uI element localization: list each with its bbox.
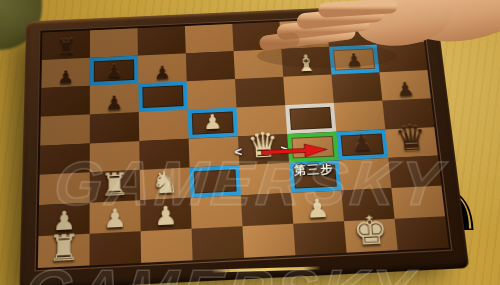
white-knight[interactable]: ♞ (151, 167, 179, 199)
square-e7[interactable] (234, 49, 284, 79)
white-pawn[interactable]: ♟ (203, 112, 223, 133)
square-h1[interactable] (395, 216, 449, 250)
square-g8[interactable] (327, 17, 377, 46)
square-g5[interactable] (334, 100, 386, 131)
square-h2[interactable] (391, 186, 445, 219)
square-a4[interactable] (40, 143, 90, 175)
square-d1[interactable] (192, 226, 244, 260)
square-f6[interactable] (283, 74, 334, 104)
square-e6[interactable] (235, 77, 285, 108)
square-e3[interactable] (239, 163, 291, 196)
square-b5[interactable] (90, 112, 139, 143)
square-c6[interactable] (138, 81, 187, 112)
square-g4[interactable]: ♟ (336, 129, 388, 161)
square-e4[interactable]: ♛ (238, 134, 289, 166)
square-d7[interactable] (186, 51, 235, 81)
black-pawn[interactable]: ♟ (106, 62, 123, 80)
square-c5[interactable] (139, 109, 189, 140)
white-pawn[interactable]: ♟ (305, 195, 330, 222)
square-f4[interactable] (287, 131, 339, 163)
black-pawn[interactable]: ♟ (345, 51, 363, 69)
square-g6[interactable] (331, 72, 382, 102)
square-h4[interactable]: ♛ (385, 127, 438, 159)
square-g7[interactable]: ♟ (329, 44, 379, 74)
square-d3[interactable] (190, 165, 241, 198)
white-bishop[interactable]: ♝ (295, 52, 318, 75)
square-a7[interactable]: ♟ (41, 58, 90, 88)
white-queen[interactable]: ♛ (246, 128, 280, 164)
square-a8[interactable]: ♜ (42, 30, 90, 60)
square-f5[interactable] (285, 102, 336, 133)
black-pawn[interactable]: ♟ (351, 131, 374, 155)
black-rook[interactable]: ♜ (56, 36, 76, 58)
black-pawn[interactable]: ♟ (154, 63, 171, 82)
square-a3[interactable] (39, 173, 90, 206)
square-a1[interactable]: ♜ (38, 234, 90, 268)
board-grid: ♜♚♜♟♟♟♝♟♟♟♟♛♟♛♜♞♟♟♟♟♜♚<>第三步 (38, 15, 449, 268)
square-e1[interactable] (242, 224, 295, 258)
square-b1[interactable] (90, 231, 142, 265)
white-rook[interactable]: ♜ (101, 169, 130, 202)
white-pawn[interactable]: ♟ (154, 203, 178, 230)
square-b3[interactable]: ♜ (90, 170, 141, 203)
black-pawn[interactable]: ♟ (57, 68, 74, 87)
white-king[interactable]: ♚ (351, 211, 389, 251)
square-b6[interactable]: ♟ (90, 83, 139, 114)
black-pawn[interactable]: ♟ (396, 79, 416, 99)
square-f1[interactable] (293, 221, 346, 255)
square-d4[interactable] (189, 136, 240, 168)
square-d5[interactable]: ♟ (188, 107, 238, 138)
square-c1[interactable] (141, 229, 193, 263)
white-pawn[interactable]: ♟ (103, 205, 126, 232)
white-rook[interactable]: ♜ (48, 229, 80, 266)
square-c7[interactable]: ♟ (138, 53, 187, 83)
square-f2[interactable]: ♟ (291, 191, 344, 224)
square-g1[interactable]: ♚ (344, 219, 398, 253)
square-a5[interactable] (40, 114, 90, 145)
square-a6[interactable] (41, 86, 90, 117)
square-b8[interactable] (90, 28, 138, 57)
square-h6[interactable]: ♟ (379, 70, 430, 100)
square-h8[interactable]: ♜ (374, 15, 424, 44)
square-e8[interactable] (232, 22, 281, 51)
black-queen[interactable]: ♛ (393, 121, 428, 157)
square-f7[interactable]: ♝ (281, 47, 331, 77)
square-b2[interactable]: ♟ (90, 200, 141, 233)
square-d2[interactable] (191, 196, 243, 229)
square-f8[interactable]: ♚ (279, 20, 329, 49)
square-d6[interactable] (187, 79, 237, 110)
square-d8[interactable] (185, 24, 234, 53)
square-e2[interactable] (241, 193, 293, 226)
square-c3[interactable]: ♞ (140, 168, 191, 201)
square-h7[interactable] (377, 42, 428, 72)
square-c2[interactable]: ♟ (140, 198, 191, 231)
black-rook[interactable]: ♜ (388, 21, 410, 43)
square-h3[interactable] (388, 156, 441, 188)
black-pawn[interactable]: ♟ (105, 92, 123, 112)
black-king[interactable]: ♚ (293, 24, 316, 48)
chess-board: ♜♚♜♟♟♟♝♟♟♟♟♛♟♛♜♞♟♟♟♟♜♚<>第三步 (19, 3, 469, 285)
screenshot-stage: ♜♚♜♟♟♟♝♟♟♟♟♛♟♛♜♞♟♟♟♟♜♚<>第三步 ♟ ♞ GAMERSKY… (0, 0, 500, 285)
square-g3[interactable] (339, 158, 392, 190)
square-f3[interactable] (289, 161, 341, 193)
square-c8[interactable] (137, 26, 185, 55)
square-b7[interactable]: ♟ (90, 55, 138, 85)
